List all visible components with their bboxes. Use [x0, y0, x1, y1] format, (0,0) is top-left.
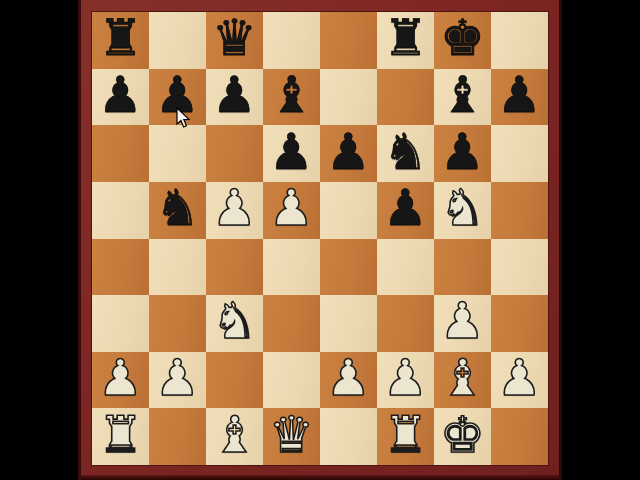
square-e7[interactable] [320, 69, 377, 126]
black-pawn-g6: ♟ [440, 127, 485, 177]
square-a2[interactable]: ♟ [92, 352, 149, 409]
square-e6[interactable]: ♟ [320, 125, 377, 182]
square-h4[interactable] [491, 239, 548, 296]
square-f8[interactable]: ♜ [377, 12, 434, 69]
square-e5[interactable] [320, 182, 377, 239]
square-d3[interactable] [263, 295, 320, 352]
square-e3[interactable] [320, 295, 377, 352]
white-knight-c3: ♞ [212, 296, 257, 346]
square-d5[interactable]: ♟ [263, 182, 320, 239]
square-h2[interactable]: ♟ [491, 352, 548, 409]
square-g8[interactable]: ♚ [434, 12, 491, 69]
square-h1[interactable] [491, 408, 548, 465]
black-pawn-h7: ♟ [497, 70, 542, 120]
white-pawn-d5: ♟ [269, 183, 314, 233]
square-e2[interactable]: ♟ [320, 352, 377, 409]
square-d1[interactable]: ♛ [263, 408, 320, 465]
chess-board: ♜♛♜♚♟♟♟♝♝♟♟♟♞♟♞♟♟♟♞♞♟♟♟♟♟♝♟♜♝♛♜♚ [92, 12, 548, 465]
square-c4[interactable] [206, 239, 263, 296]
square-h5[interactable] [491, 182, 548, 239]
square-f6[interactable]: ♞ [377, 125, 434, 182]
square-e4[interactable] [320, 239, 377, 296]
chess-board-frame: ♜♛♜♚♟♟♟♝♝♟♟♟♞♟♞♟♟♟♞♞♟♟♟♟♟♝♟♜♝♛♜♚ [78, 0, 562, 480]
black-pawn-b7: ♟ [155, 70, 200, 120]
square-g3[interactable]: ♟ [434, 295, 491, 352]
square-c2[interactable] [206, 352, 263, 409]
square-f5[interactable]: ♟ [377, 182, 434, 239]
square-c6[interactable] [206, 125, 263, 182]
square-a4[interactable] [92, 239, 149, 296]
square-h7[interactable]: ♟ [491, 69, 548, 126]
square-a8[interactable]: ♜ [92, 12, 149, 69]
square-d8[interactable] [263, 12, 320, 69]
square-f3[interactable] [377, 295, 434, 352]
white-rook-a1: ♜ [98, 410, 143, 460]
square-g5[interactable]: ♞ [434, 182, 491, 239]
square-b3[interactable] [149, 295, 206, 352]
square-d4[interactable] [263, 239, 320, 296]
square-e1[interactable] [320, 408, 377, 465]
square-c3[interactable]: ♞ [206, 295, 263, 352]
square-g7[interactable]: ♝ [434, 69, 491, 126]
square-h8[interactable] [491, 12, 548, 69]
black-bishop-g7: ♝ [440, 70, 485, 120]
square-g2[interactable]: ♝ [434, 352, 491, 409]
square-f4[interactable] [377, 239, 434, 296]
square-b2[interactable]: ♟ [149, 352, 206, 409]
white-rook-f1: ♜ [383, 410, 428, 460]
white-pawn-e2: ♟ [326, 353, 371, 403]
white-bishop-c1: ♝ [212, 410, 257, 460]
black-queen-c8: ♛ [212, 13, 257, 63]
square-c7[interactable]: ♟ [206, 69, 263, 126]
square-b5[interactable]: ♞ [149, 182, 206, 239]
square-f1[interactable]: ♜ [377, 408, 434, 465]
square-a5[interactable] [92, 182, 149, 239]
square-e8[interactable] [320, 12, 377, 69]
frame-bottom-edge [81, 475, 559, 480]
square-d6[interactable]: ♟ [263, 125, 320, 182]
square-c8[interactable]: ♛ [206, 12, 263, 69]
white-pawn-h2: ♟ [497, 353, 542, 403]
square-g6[interactable]: ♟ [434, 125, 491, 182]
black-rook-f8: ♜ [383, 13, 428, 63]
square-g4[interactable] [434, 239, 491, 296]
square-c5[interactable]: ♟ [206, 182, 263, 239]
square-g1[interactable]: ♚ [434, 408, 491, 465]
square-c1[interactable]: ♝ [206, 408, 263, 465]
white-bishop-g2: ♝ [440, 353, 485, 403]
square-b7[interactable]: ♟ [149, 69, 206, 126]
black-rook-a8: ♜ [98, 13, 143, 63]
black-king-g8: ♚ [440, 13, 485, 63]
square-b4[interactable] [149, 239, 206, 296]
square-d7[interactable]: ♝ [263, 69, 320, 126]
square-b6[interactable] [149, 125, 206, 182]
square-a7[interactable]: ♟ [92, 69, 149, 126]
white-king-g1: ♚ [440, 410, 485, 460]
square-d2[interactable] [263, 352, 320, 409]
black-pawn-e6: ♟ [326, 127, 371, 177]
white-pawn-g3: ♟ [440, 296, 485, 346]
white-pawn-b2: ♟ [155, 353, 200, 403]
square-a6[interactable] [92, 125, 149, 182]
black-pawn-f5: ♟ [383, 183, 428, 233]
white-pawn-a2: ♟ [98, 353, 143, 403]
square-f2[interactable]: ♟ [377, 352, 434, 409]
black-pawn-a7: ♟ [98, 70, 143, 120]
white-knight-g5: ♞ [440, 183, 485, 233]
black-pawn-c7: ♟ [212, 70, 257, 120]
white-pawn-f2: ♟ [383, 353, 428, 403]
black-knight-f6: ♞ [383, 127, 428, 177]
black-pawn-d6: ♟ [269, 127, 314, 177]
black-knight-b5: ♞ [155, 183, 200, 233]
white-queen-d1: ♛ [269, 410, 314, 460]
square-a3[interactable] [92, 295, 149, 352]
square-f7[interactable] [377, 69, 434, 126]
white-pawn-c5: ♟ [212, 183, 257, 233]
square-b8[interactable] [149, 12, 206, 69]
video-frame: ♜♛♜♚♟♟♟♝♝♟♟♟♞♟♞♟♟♟♞♞♟♟♟♟♟♝♟♜♝♛♜♚ [0, 0, 640, 480]
square-b1[interactable] [149, 408, 206, 465]
square-h6[interactable] [491, 125, 548, 182]
square-a1[interactable]: ♜ [92, 408, 149, 465]
black-bishop-d7: ♝ [269, 70, 314, 120]
square-h3[interactable] [491, 295, 548, 352]
